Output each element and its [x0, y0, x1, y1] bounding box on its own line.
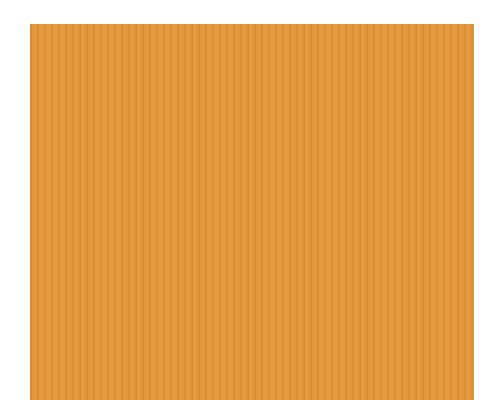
board-grid — [30, 24, 474, 400]
go-board[interactable] — [30, 24, 474, 400]
go-app-window — [0, 0, 500, 400]
